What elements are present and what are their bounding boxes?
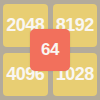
2048-board[interactable]: 2048 8192 4096 1028 64 bbox=[0, 0, 100, 100]
center-overlay-tile-64: 64 bbox=[30, 29, 70, 71]
